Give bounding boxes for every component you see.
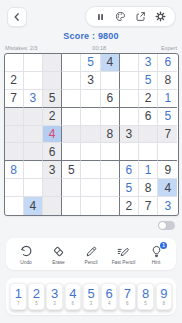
eraser-icon xyxy=(52,245,65,258)
numpad-key-7[interactable]: 76 xyxy=(119,283,136,310)
cell-r7c7[interactable]: 6 xyxy=(120,161,139,179)
cell-r5c2[interactable] xyxy=(24,126,43,144)
cell-r3c7[interactable] xyxy=(120,90,139,108)
settings-button[interactable] xyxy=(155,11,166,22)
cell-r9c5[interactable] xyxy=(81,197,100,215)
palette-icon xyxy=(115,11,126,22)
cell-r6c3[interactable]: 6 xyxy=(43,143,62,161)
cell-r1c4[interactable] xyxy=(62,54,81,72)
cell-r3c8[interactable]: 2 xyxy=(139,90,158,108)
remaining-count: 4 xyxy=(108,302,111,307)
cell-r5c4[interactable] xyxy=(62,126,81,144)
cell-r8c7[interactable]: 5 xyxy=(120,179,139,197)
numpad-key-6[interactable]: 64 xyxy=(101,283,118,310)
numpad-key-1[interactable]: 17 xyxy=(10,283,27,310)
key-digit: 5 xyxy=(87,287,94,300)
cell-r1c2[interactable] xyxy=(24,54,43,72)
cell-r7c6[interactable] xyxy=(101,161,120,179)
share-icon xyxy=(135,11,146,22)
key-digit: 2 xyxy=(33,287,40,300)
cell-r9c1[interactable] xyxy=(5,197,24,215)
fast-pencil-label: Fast Pencil xyxy=(112,260,136,265)
cell-r8c5[interactable] xyxy=(81,179,100,197)
cell-r9c2[interactable]: 4 xyxy=(24,197,43,215)
back-button[interactable] xyxy=(7,7,27,27)
number-pad: 172533465364768598 xyxy=(6,278,176,315)
cell-r6c8[interactable] xyxy=(139,143,158,161)
key-digit: 9 xyxy=(160,287,167,300)
key-digit: 6 xyxy=(106,287,113,300)
chevron-left-icon xyxy=(12,12,22,22)
cell-r4c4[interactable] xyxy=(62,108,81,126)
cell-r8c4[interactable] xyxy=(62,179,81,197)
remaining-count: 5 xyxy=(144,302,147,307)
erase-label: Erase xyxy=(52,260,65,265)
key-digit: 7 xyxy=(124,287,131,300)
remaining-count: 6 xyxy=(126,302,129,307)
pencil-label: Pencil xyxy=(84,260,97,265)
remaining-count: 7 xyxy=(17,302,20,307)
undo-icon xyxy=(20,245,33,258)
cell-r2c7[interactable] xyxy=(120,72,139,90)
cell-r9c9[interactable]: 3 xyxy=(158,197,177,215)
cell-r9c8[interactable]: 7 xyxy=(139,197,158,215)
cell-r2c5[interactable]: 3 xyxy=(81,72,100,90)
top-navbar xyxy=(0,0,182,27)
erase-button[interactable]: Erase xyxy=(47,245,71,265)
cell-r1c8[interactable]: 3 xyxy=(139,54,158,72)
cell-r5c7[interactable]: 3 xyxy=(120,126,139,144)
cell-r4c9[interactable]: 5 xyxy=(158,108,177,126)
numpad-key-5[interactable]: 53 xyxy=(83,283,100,310)
cell-r7c8[interactable]: 1 xyxy=(139,161,158,179)
cell-r5c9[interactable]: 7 xyxy=(158,126,177,144)
cell-r3c1[interactable]: 7 xyxy=(5,90,24,108)
theme-button[interactable] xyxy=(115,11,126,22)
cell-r7c5[interactable] xyxy=(81,161,100,179)
cell-r6c5[interactable] xyxy=(81,143,100,161)
cell-r1c9[interactable]: 6 xyxy=(158,54,177,72)
cell-r1c5[interactable]: 5 xyxy=(81,54,100,72)
cell-r3c2[interactable]: 3 xyxy=(24,90,43,108)
remaining-count: 3 xyxy=(90,302,93,307)
cell-r2c4[interactable] xyxy=(62,72,81,90)
cell-r5c5[interactable] xyxy=(81,126,100,144)
cell-r9c4[interactable] xyxy=(62,197,81,215)
mistakes-label: Mistakes: 2/3 xyxy=(5,45,37,51)
cell-r1c1[interactable] xyxy=(5,54,24,72)
nav-icon-group xyxy=(85,6,176,27)
cell-r4c5[interactable] xyxy=(81,108,100,126)
cell-r3c4[interactable] xyxy=(62,90,81,108)
remaining-count: 8 xyxy=(162,302,165,307)
cell-r8c8[interactable]: 8 xyxy=(139,179,158,197)
sudoku-board: 54362358735621265483768356195844273 xyxy=(4,53,179,216)
cell-r1c6[interactable]: 4 xyxy=(101,54,120,72)
remaining-count: 6 xyxy=(72,302,75,307)
cell-r4c3[interactable]: 2 xyxy=(43,108,62,126)
hint-label: Hint xyxy=(152,260,161,265)
cell-r9c3[interactable] xyxy=(43,197,62,215)
cell-r8c2[interactable] xyxy=(24,179,43,197)
cell-r7c9[interactable]: 9 xyxy=(158,161,177,179)
cell-r5c1[interactable] xyxy=(5,126,24,144)
key-digit: 8 xyxy=(142,287,149,300)
cell-r4c2[interactable] xyxy=(24,108,43,126)
gear-icon xyxy=(155,11,166,22)
cell-r2c2[interactable] xyxy=(24,72,43,90)
hint-button[interactable]: 1Hint xyxy=(144,245,168,265)
cell-r5c8[interactable] xyxy=(139,126,158,144)
pencil-button[interactable]: Pencil xyxy=(79,245,103,265)
toggle-knob xyxy=(159,222,166,229)
cell-r7c2[interactable] xyxy=(24,161,43,179)
cell-r2c1[interactable]: 2 xyxy=(5,72,24,90)
pause-button[interactable] xyxy=(95,11,106,22)
cell-r8c9[interactable]: 4 xyxy=(158,179,177,197)
board-toggle-switch[interactable] xyxy=(158,221,175,230)
cell-r7c4[interactable]: 5 xyxy=(62,161,81,179)
cell-r7c1[interactable]: 8 xyxy=(5,161,24,179)
cell-r4c8[interactable]: 6 xyxy=(139,108,158,126)
stats-bar: Mistakes: 2/3 00:18 Expert xyxy=(0,45,182,51)
cell-r8c6[interactable] xyxy=(101,179,120,197)
fast-pencil-icon xyxy=(117,245,130,258)
cell-r1c3[interactable] xyxy=(43,54,62,72)
cell-r8c1[interactable] xyxy=(5,179,24,197)
remaining-count: 5 xyxy=(35,302,38,307)
fast-pencil-button[interactable]: Fast Pencil xyxy=(112,245,136,265)
pencil-icon xyxy=(85,245,98,258)
difficulty-label: Expert xyxy=(161,45,177,51)
cell-r3c6[interactable]: 6 xyxy=(101,90,120,108)
cell-r8c3[interactable] xyxy=(43,179,62,197)
numpad-key-9[interactable]: 98 xyxy=(156,283,173,310)
key-digit: 1 xyxy=(15,287,22,300)
cell-r9c7[interactable]: 2 xyxy=(120,197,139,215)
cell-r4c1[interactable] xyxy=(5,108,24,126)
timer-label: 00:18 xyxy=(92,45,106,51)
numpad-key-4[interactable]: 46 xyxy=(65,283,82,310)
numpad-key-8[interactable]: 85 xyxy=(137,283,154,310)
cell-r6c6[interactable] xyxy=(101,143,120,161)
cell-r2c9[interactable]: 8 xyxy=(158,72,177,90)
cell-r1c7[interactable] xyxy=(120,54,139,72)
hint-count-badge: 1 xyxy=(160,242,167,249)
cell-r6c4[interactable] xyxy=(62,143,81,161)
cell-r3c3[interactable]: 5 xyxy=(43,90,62,108)
cell-r9c6[interactable] xyxy=(101,197,120,215)
pause-icon xyxy=(96,12,105,22)
toolbar: UndoErasePencilFast Pencil1Hint xyxy=(6,238,176,270)
cell-r7c3[interactable]: 3 xyxy=(43,161,62,179)
share-button[interactable] xyxy=(135,11,146,22)
numpad-key-2[interactable]: 25 xyxy=(28,283,45,310)
cell-r6c2[interactable] xyxy=(24,143,43,161)
cell-r5c3[interactable]: 4 xyxy=(43,126,62,144)
cell-r2c6[interactable] xyxy=(101,72,120,90)
numpad-key-3[interactable]: 33 xyxy=(46,283,63,310)
undo-label: Undo xyxy=(20,260,31,265)
cell-r3c5[interactable] xyxy=(81,90,100,108)
cell-r4c7[interactable] xyxy=(120,108,139,126)
cell-r2c3[interactable] xyxy=(43,72,62,90)
undo-button[interactable]: Undo xyxy=(14,245,38,265)
cell-r3c9[interactable]: 1 xyxy=(158,90,177,108)
score-label: Score : 9800 xyxy=(0,31,182,41)
cell-r4c6[interactable] xyxy=(101,108,120,126)
toggle-row xyxy=(0,216,182,230)
cell-r6c7[interactable] xyxy=(120,143,139,161)
cell-r6c9[interactable] xyxy=(158,143,177,161)
cell-r5c6[interactable]: 8 xyxy=(101,126,120,144)
cell-r6c1[interactable] xyxy=(5,143,24,161)
key-digit: 3 xyxy=(51,287,58,300)
key-digit: 4 xyxy=(69,287,76,300)
cell-r2c8[interactable]: 5 xyxy=(139,72,158,90)
remaining-count: 3 xyxy=(53,302,56,307)
